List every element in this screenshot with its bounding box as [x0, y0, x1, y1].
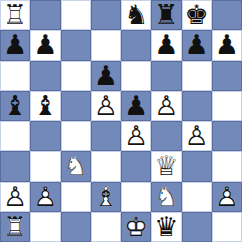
square-b4[interactable] — [30, 121, 60, 151]
black-pawn-g7: ♟ — [182, 30, 212, 60]
black-pawn-e5: ♟ — [121, 91, 151, 121]
square-d3[interactable] — [91, 151, 121, 181]
white-queen-f3: ♛♕ — [151, 151, 181, 181]
square-c5[interactable] — [61, 91, 91, 121]
square-g3[interactable] — [182, 151, 212, 181]
white-pawn-f5: ♟♙ — [151, 91, 181, 121]
square-c3[interactable]: ♞♘ — [61, 151, 91, 181]
square-h1[interactable] — [212, 212, 242, 242]
square-h4[interactable] — [212, 121, 242, 151]
square-h5[interactable] — [212, 91, 242, 121]
square-e7[interactable] — [121, 30, 151, 60]
white-pawn-g4: ♟♙ — [182, 121, 212, 151]
black-king-g8: ♚ — [182, 0, 212, 30]
square-d7[interactable] — [91, 30, 121, 60]
white-pawn-b2: ♟♙ — [30, 182, 60, 212]
square-d4[interactable] — [91, 121, 121, 151]
white-pawn-e4: ♟♙ — [121, 121, 151, 151]
square-f8[interactable]: ♜ — [151, 0, 181, 30]
square-b3[interactable] — [30, 151, 60, 181]
square-d1[interactable] — [91, 212, 121, 242]
square-f3[interactable]: ♛♕ — [151, 151, 181, 181]
square-a1[interactable]: ♜♖ — [0, 212, 30, 242]
black-pawn-f7: ♟ — [151, 30, 181, 60]
square-a5[interactable]: ♝ — [0, 91, 30, 121]
white-rook-a1: ♜♖ — [0, 212, 30, 242]
black-pawn-h7: ♟ — [212, 30, 242, 60]
square-b6[interactable] — [30, 61, 60, 91]
black-knight-e8: ♞ — [121, 0, 151, 30]
square-e4[interactable]: ♟♙ — [121, 121, 151, 151]
square-b7[interactable]: ♟ — [30, 30, 60, 60]
square-d6[interactable]: ♟ — [91, 61, 121, 91]
square-h6[interactable] — [212, 61, 242, 91]
square-a2[interactable]: ♟♙ — [0, 182, 30, 212]
white-pawn-a2: ♟♙ — [0, 182, 30, 212]
square-a6[interactable] — [0, 61, 30, 91]
square-e8[interactable]: ♞ — [121, 0, 151, 30]
square-g6[interactable] — [182, 61, 212, 91]
black-bishop-b5: ♝ — [30, 91, 60, 121]
square-a7[interactable]: ♟ — [0, 30, 30, 60]
square-f2[interactable]: ♞♘ — [151, 182, 181, 212]
square-a4[interactable] — [0, 121, 30, 151]
black-pawn-d6: ♟ — [91, 61, 121, 91]
black-rook-f8: ♜ — [151, 0, 181, 30]
white-rook-a8: ♜♖ — [0, 0, 30, 30]
square-g7[interactable]: ♟ — [182, 30, 212, 60]
square-c6[interactable] — [61, 61, 91, 91]
square-h2[interactable]: ♟♙ — [212, 182, 242, 212]
square-f4[interactable] — [151, 121, 181, 151]
square-f5[interactable]: ♟♙ — [151, 91, 181, 121]
white-bishop-d2: ♝♗ — [91, 182, 121, 212]
square-f7[interactable]: ♟ — [151, 30, 181, 60]
square-g5[interactable] — [182, 91, 212, 121]
square-d8[interactable] — [91, 0, 121, 30]
square-c7[interactable] — [61, 30, 91, 60]
square-g4[interactable]: ♟♙ — [182, 121, 212, 151]
black-queen-f1: ♛ — [151, 212, 181, 242]
chess-board: ♜♖♞♜♚♟♟♟♟♟♟♝♝♟♙♟♟♙♟♙♟♙♞♘♛♕♟♙♟♙♝♗♞♘♟♙♜♖♚♔… — [0, 0, 242, 242]
square-a3[interactable] — [0, 151, 30, 181]
square-e2[interactable] — [121, 182, 151, 212]
square-g1[interactable] — [182, 212, 212, 242]
square-c2[interactable] — [61, 182, 91, 212]
white-knight-f2: ♞♘ — [151, 182, 181, 212]
square-g2[interactable] — [182, 182, 212, 212]
square-e5[interactable]: ♟ — [121, 91, 151, 121]
square-h8[interactable] — [212, 0, 242, 30]
square-h7[interactable]: ♟ — [212, 30, 242, 60]
square-e6[interactable] — [121, 61, 151, 91]
black-pawn-a7: ♟ — [0, 30, 30, 60]
black-bishop-a5: ♝ — [0, 91, 30, 121]
square-f1[interactable]: ♛ — [151, 212, 181, 242]
white-pawn-d5: ♟♙ — [91, 91, 121, 121]
square-d2[interactable]: ♝♗ — [91, 182, 121, 212]
square-c1[interactable] — [61, 212, 91, 242]
square-b8[interactable] — [30, 0, 60, 30]
square-h3[interactable] — [212, 151, 242, 181]
white-king-e1: ♚♔ — [121, 212, 151, 242]
black-pawn-b7: ♟ — [30, 30, 60, 60]
square-b2[interactable]: ♟♙ — [30, 182, 60, 212]
square-a8[interactable]: ♜♖ — [0, 0, 30, 30]
square-d5[interactable]: ♟♙ — [91, 91, 121, 121]
white-knight-c3: ♞♘ — [61, 151, 91, 181]
square-e1[interactable]: ♚♔ — [121, 212, 151, 242]
square-c4[interactable] — [61, 121, 91, 151]
square-b1[interactable] — [30, 212, 60, 242]
square-e3[interactable] — [121, 151, 151, 181]
white-pawn-h2: ♟♙ — [212, 182, 242, 212]
square-g8[interactable]: ♚ — [182, 0, 212, 30]
square-b5[interactable]: ♝ — [30, 91, 60, 121]
square-f6[interactable] — [151, 61, 181, 91]
square-c8[interactable] — [61, 0, 91, 30]
